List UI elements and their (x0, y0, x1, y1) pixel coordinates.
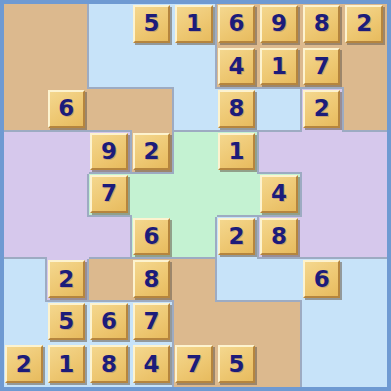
cell-r2-c5: 8 (217, 89, 260, 132)
cell-r0-c7: 8 (302, 4, 345, 47)
cell-r8-c6[interactable] (259, 344, 302, 387)
cell-r0-c4: 1 (174, 4, 217, 47)
cell-r6-c7: 6 (302, 259, 345, 302)
cell-r2-c3[interactable] (132, 89, 175, 132)
given-tile-r1-c7: 7 (303, 48, 341, 86)
cell-r6-c2[interactable] (89, 259, 132, 302)
cell-r0-c8: 2 (344, 4, 387, 47)
cell-r5-c6: 8 (259, 217, 302, 260)
cell-r7-c7[interactable] (302, 302, 345, 345)
cell-r6-c3: 8 (132, 259, 175, 302)
cell-r5-c5: 2 (217, 217, 260, 260)
given-tile-r5-c6: 8 (260, 218, 298, 256)
cell-r4-c3[interactable] (132, 174, 175, 217)
cell-r2-c6[interactable] (259, 89, 302, 132)
cell-r7-c8[interactable] (344, 302, 387, 345)
cell-r3-c6[interactable] (259, 132, 302, 175)
cell-r0-c3: 5 (132, 4, 175, 47)
cell-r7-c1: 5 (47, 302, 90, 345)
cell-r4-c6: 4 (259, 174, 302, 217)
cell-r8-c2: 8 (89, 344, 132, 387)
cell-r0-c6: 9 (259, 4, 302, 47)
cell-r6-c8[interactable] (344, 259, 387, 302)
cell-r1-c0[interactable] (4, 47, 47, 90)
given-tile-r8-c0: 2 (5, 345, 43, 383)
cell-r6-c0[interactable] (4, 259, 47, 302)
cell-r5-c7[interactable] (302, 217, 345, 260)
cell-r4-c8[interactable] (344, 174, 387, 217)
cell-r3-c3: 2 (132, 132, 175, 175)
given-tile-r2-c5: 8 (218, 90, 256, 128)
cell-r6-c4[interactable] (174, 259, 217, 302)
cell-r8-c4: 7 (174, 344, 217, 387)
cell-r6-c5[interactable] (217, 259, 260, 302)
cell-r1-c3[interactable] (132, 47, 175, 90)
given-tile-r3-c2: 9 (90, 133, 128, 171)
cell-r7-c3: 7 (132, 302, 175, 345)
cell-r8-c0: 2 (4, 344, 47, 387)
cell-r5-c1[interactable] (47, 217, 90, 260)
given-tile-r8-c3: 4 (133, 345, 171, 383)
cell-r2-c7: 2 (302, 89, 345, 132)
given-tile-r6-c3: 8 (133, 260, 171, 298)
cell-r5-c3: 6 (132, 217, 175, 260)
cell-r1-c1[interactable] (47, 47, 90, 90)
cell-r8-c8[interactable] (344, 344, 387, 387)
given-tile-r0-c8: 2 (345, 5, 383, 43)
given-tile-r2-c7: 2 (303, 90, 341, 128)
cell-r5-c0[interactable] (4, 217, 47, 260)
cell-r3-c1[interactable] (47, 132, 90, 175)
cell-r3-c5: 1 (217, 132, 260, 175)
cell-r5-c2[interactable] (89, 217, 132, 260)
cell-r4-c0[interactable] (4, 174, 47, 217)
given-tile-r7-c3: 7 (133, 303, 171, 341)
cell-r4-c2: 7 (89, 174, 132, 217)
sudoku-board: 51698241768292174628286567218475 (0, 0, 391, 391)
given-tile-r4-c6: 4 (260, 175, 298, 213)
cell-r3-c0[interactable] (4, 132, 47, 175)
given-tile-r6-c1: 2 (48, 260, 86, 298)
cell-r3-c7[interactable] (302, 132, 345, 175)
cell-r0-c5: 6 (217, 4, 260, 47)
sudoku-grid: 51698241768292174628286567218475 (4, 4, 387, 387)
given-tile-r5-c5: 2 (218, 218, 256, 256)
given-tile-r8-c4: 7 (175, 345, 213, 383)
cell-r8-c3: 4 (132, 344, 175, 387)
given-tile-r3-c3: 2 (133, 133, 171, 171)
cell-r5-c4[interactable] (174, 217, 217, 260)
cell-r3-c2: 9 (89, 132, 132, 175)
given-tile-r7-c1: 5 (48, 303, 86, 341)
given-tile-r2-c1: 6 (48, 90, 86, 128)
cell-r8-c5: 5 (217, 344, 260, 387)
cell-r2-c8[interactable] (344, 89, 387, 132)
cell-r2-c4[interactable] (174, 89, 217, 132)
cell-r1-c6: 1 (259, 47, 302, 90)
given-tile-r0-c5: 6 (218, 5, 256, 43)
given-tile-r0-c7: 8 (303, 5, 341, 43)
cell-r6-c1: 2 (47, 259, 90, 302)
given-tile-r0-c3: 5 (133, 5, 171, 43)
cell-r0-c0[interactable] (4, 4, 47, 47)
cell-r7-c2: 6 (89, 302, 132, 345)
cell-r6-c6[interactable] (259, 259, 302, 302)
cell-r8-c7[interactable] (302, 344, 345, 387)
given-tile-r3-c5: 1 (218, 133, 256, 171)
cell-r3-c8[interactable] (344, 132, 387, 175)
cell-r2-c0[interactable] (4, 89, 47, 132)
given-tile-r4-c2: 7 (90, 175, 128, 213)
given-tile-r8-c2: 8 (90, 345, 128, 383)
cell-r0-c1[interactable] (47, 4, 90, 47)
cell-r3-c4[interactable] (174, 132, 217, 175)
cell-r1-c7: 7 (302, 47, 345, 90)
given-tile-r1-c5: 4 (218, 48, 256, 86)
cell-r1-c4[interactable] (174, 47, 217, 90)
given-tile-r0-c6: 9 (260, 5, 298, 43)
given-tile-r7-c2: 6 (90, 303, 128, 341)
cell-r7-c0[interactable] (4, 302, 47, 345)
given-tile-r5-c3: 6 (133, 218, 171, 256)
given-tile-r8-c1: 1 (48, 345, 86, 383)
cell-r2-c1: 6 (47, 89, 90, 132)
cell-r4-c7[interactable] (302, 174, 345, 217)
cell-r1-c8[interactable] (344, 47, 387, 90)
cell-r2-c2[interactable] (89, 89, 132, 132)
cell-r1-c5: 4 (217, 47, 260, 90)
cell-r1-c2[interactable] (89, 47, 132, 90)
cell-r5-c8[interactable] (344, 217, 387, 260)
given-tile-r8-c5: 5 (218, 345, 256, 383)
cell-r7-c4[interactable] (174, 302, 217, 345)
cell-r0-c2[interactable] (89, 4, 132, 47)
cell-r4-c4[interactable] (174, 174, 217, 217)
cell-r4-c5[interactable] (217, 174, 260, 217)
cell-r4-c1[interactable] (47, 174, 90, 217)
cell-r7-c5[interactable] (217, 302, 260, 345)
given-tile-r1-c6: 1 (260, 48, 298, 86)
cell-r7-c6[interactable] (259, 302, 302, 345)
given-tile-r0-c4: 1 (175, 5, 213, 43)
given-tile-r6-c7: 6 (303, 260, 341, 298)
cell-r8-c1: 1 (47, 344, 90, 387)
